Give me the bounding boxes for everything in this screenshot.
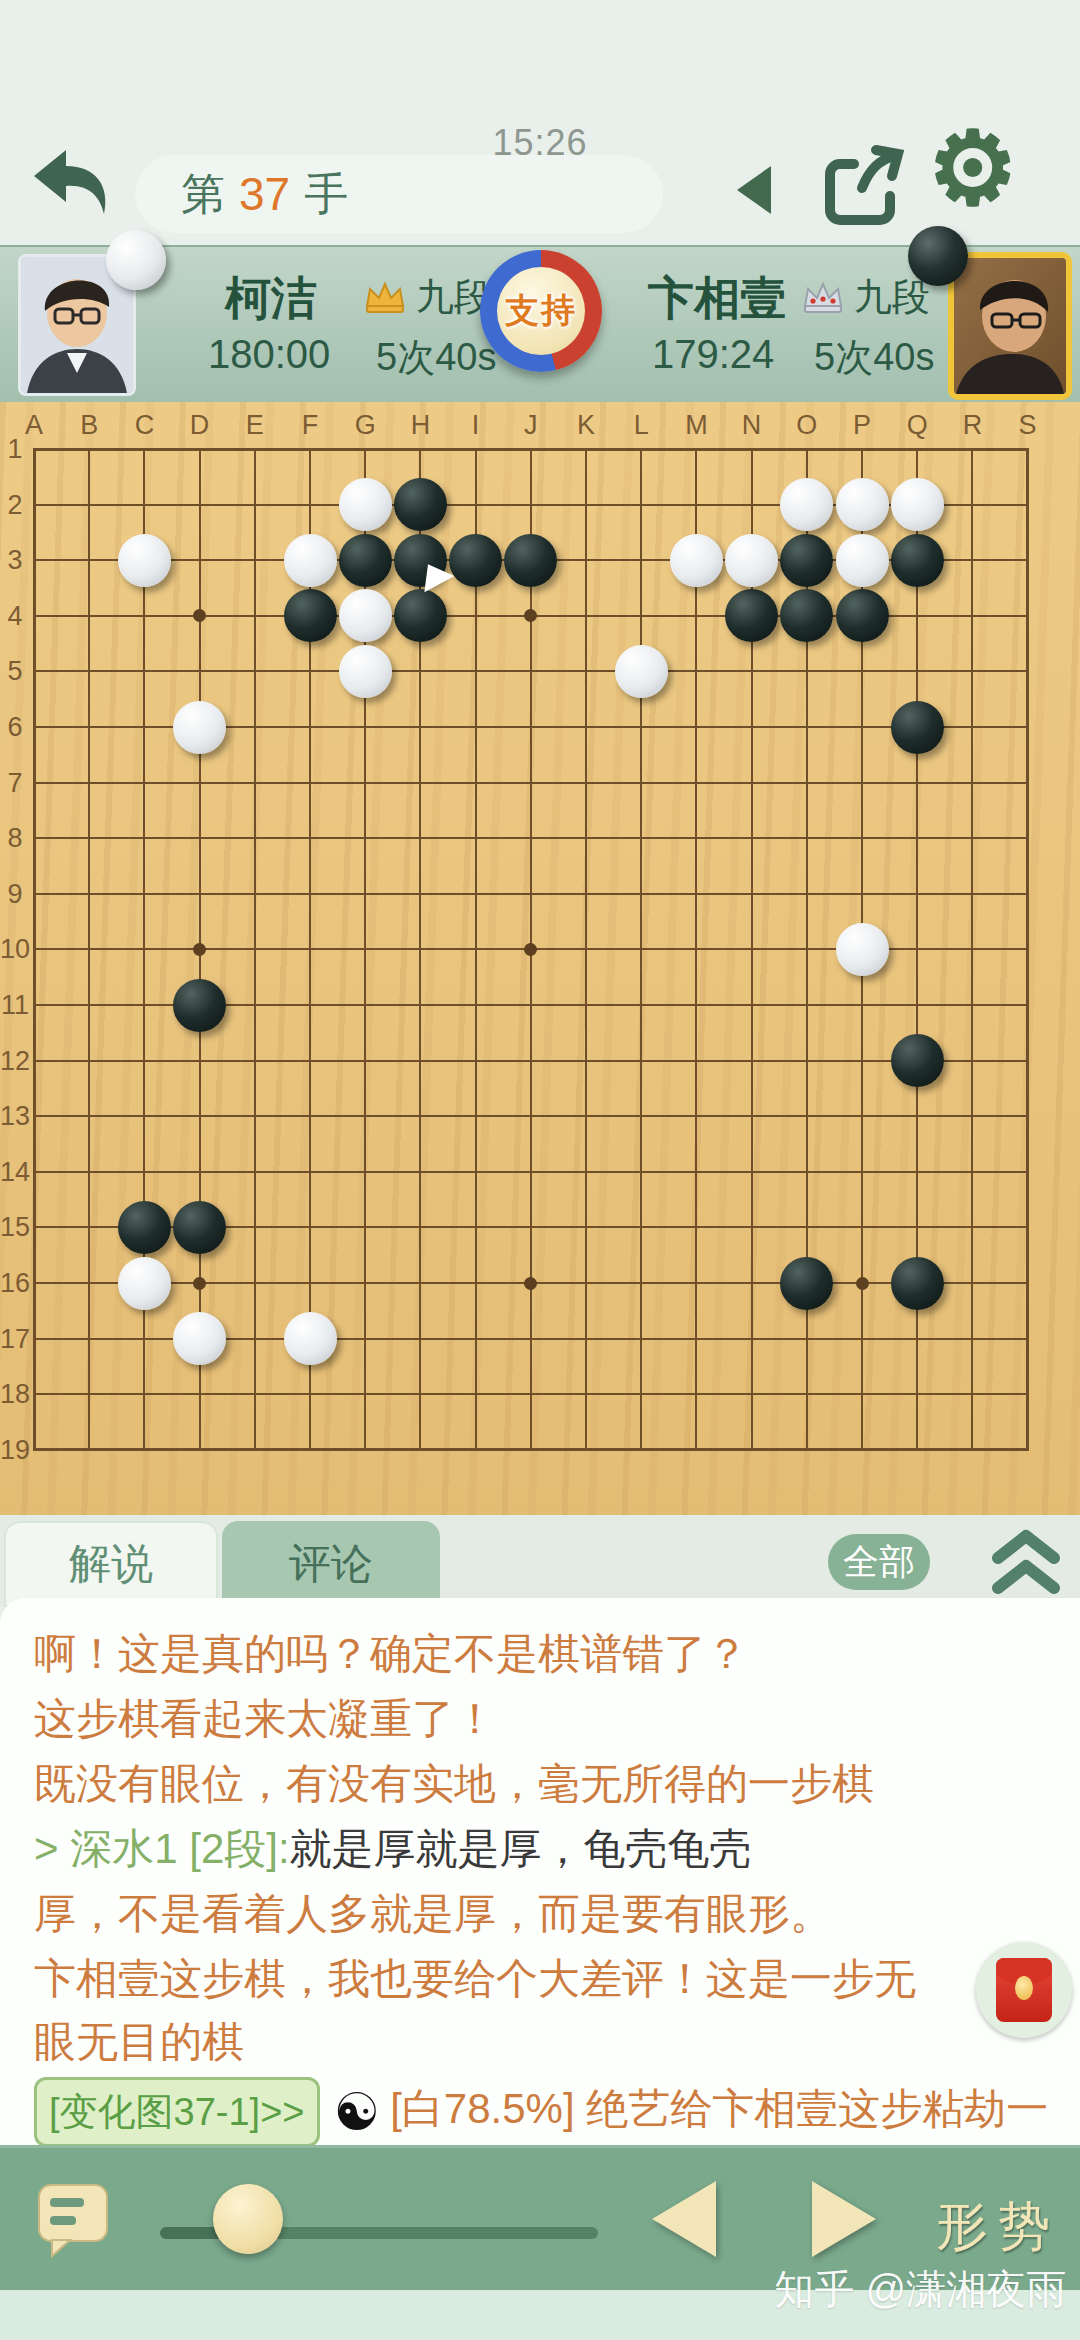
move-suffix: 手 — [304, 165, 348, 224]
comment-line: 卞相壹这步棋，我也要给个大差评！这是一步无眼无目的棋 — [34, 1947, 1050, 2073]
back-icon[interactable] — [28, 142, 114, 226]
star-point — [193, 1277, 206, 1290]
row-label: 16 — [0, 1268, 30, 1299]
column-label: G — [351, 410, 379, 441]
tab-comments[interactable]: 评论 — [222, 1521, 440, 1607]
star-point — [524, 943, 537, 956]
column-label: E — [241, 410, 269, 441]
comment-line: 啊！这是真的吗？确定不是棋谱错了？ — [34, 1622, 1050, 1685]
grid-line — [971, 448, 973, 1452]
row-label: 3 — [0, 545, 30, 576]
comment-line: 厚，不是看着人多就是厚，而是要有眼形。 — [34, 1882, 1050, 1945]
app-screen: 15:26 第 37 手 ⚙ 柯洁 180:00 — [0, 0, 1080, 2340]
column-label: N — [738, 410, 766, 441]
column-label: S — [1014, 410, 1042, 441]
support-vote-label: 支持 — [497, 267, 585, 355]
row-label: 5 — [0, 656, 30, 687]
black-stone-Q16 — [891, 1257, 944, 1310]
black-stone-D11 — [173, 979, 226, 1032]
white-stone-G2 — [339, 478, 392, 531]
grid-line — [33, 1393, 1030, 1395]
white-stone-Q2 — [891, 478, 944, 531]
black-stone-H4 — [394, 589, 447, 642]
star-point — [856, 1277, 869, 1290]
column-label: I — [462, 410, 490, 441]
white-stone-G4 — [339, 589, 392, 642]
comment-reply-line: > 深水1 [2段]:就是厚就是厚，龟壳龟壳 — [34, 1817, 1050, 1880]
collapse-up-icon[interactable] — [988, 1528, 1064, 1596]
white-stone-C16 — [118, 1257, 171, 1310]
gear-icon[interactable]: ⚙ — [928, 118, 1018, 218]
left-player-time: 180:00 — [208, 332, 330, 377]
row-label: 15 — [0, 1212, 30, 1243]
move-prefix: 第 — [181, 165, 225, 224]
black-stone-H2 — [394, 478, 447, 531]
black-stone-I3 — [449, 534, 502, 587]
right-player-name: 卞相壹 — [648, 268, 786, 330]
comment-username: > 深水1 [2段]: — [34, 1825, 290, 1872]
comment-line: 这步棋看起来太凝重了！ — [34, 1687, 1050, 1750]
grid-line — [1026, 448, 1029, 1452]
white-stone-badge — [106, 230, 166, 290]
row-label: 10 — [0, 934, 30, 965]
column-label: C — [130, 410, 158, 441]
left-player-periods: 5次40s — [376, 332, 496, 383]
row-label: 17 — [0, 1324, 30, 1355]
star-point — [193, 609, 206, 622]
black-stone-D15 — [173, 1201, 226, 1254]
row-label: 1 — [0, 434, 30, 465]
variation-line: [变化图37-1]>>☯[白78.5%] 绝艺给卞相壹这步粘劫一个大大的差评！ — [34, 2077, 1050, 2145]
white-stone-L5 — [615, 645, 668, 698]
star-point — [193, 943, 206, 956]
column-label: D — [186, 410, 214, 441]
black-stone-N4 — [725, 589, 778, 642]
go-board[interactable]: ABCDEFGHIJKLMNOPQRS123456789101112131415… — [0, 402, 1080, 1515]
column-label: M — [682, 410, 710, 441]
white-stone-F3 — [284, 534, 337, 587]
comment-reply-body: 就是厚就是厚，龟壳龟壳 — [290, 1825, 752, 1872]
row-label: 12 — [0, 1046, 30, 1077]
grid-line — [695, 448, 697, 1452]
row-label: 4 — [0, 601, 30, 632]
black-stone-O3 — [780, 534, 833, 587]
chat-bubble-icon[interactable] — [36, 2182, 110, 2258]
support-vote-button[interactable]: 支持 — [480, 250, 602, 372]
black-stone-O4 — [780, 589, 833, 642]
white-stone-D6 — [173, 701, 226, 754]
white-stone-M3 — [670, 534, 723, 587]
black-stone-O16 — [780, 1257, 833, 1310]
left-player-rank: 九段 — [362, 272, 492, 323]
share-icon[interactable] — [818, 138, 910, 230]
black-stone-Q3 — [891, 534, 944, 587]
row-label: 7 — [0, 768, 30, 799]
column-label: Q — [903, 410, 931, 441]
black-stone-F4 — [284, 589, 337, 642]
row-label: 9 — [0, 879, 30, 910]
column-label: J — [517, 410, 545, 441]
white-stone-P3 — [836, 534, 889, 587]
grid-line — [33, 1060, 1030, 1062]
avatar-right-player[interactable] — [948, 252, 1072, 400]
yin-yang-icon: ☯ — [334, 2083, 381, 2141]
black-stone-P4 — [836, 589, 889, 642]
row-label: 6 — [0, 712, 30, 743]
star-point — [524, 609, 537, 622]
red-envelope-button[interactable] — [976, 1942, 1072, 2038]
star-point — [524, 1277, 537, 1290]
row-label: 19 — [0, 1435, 30, 1466]
grid-line — [33, 1115, 1030, 1117]
situation-button[interactable]: 形势 — [936, 2192, 1072, 2262]
left-player-name: 柯洁 — [225, 268, 317, 330]
black-stone-G3 — [339, 534, 392, 587]
column-label: O — [793, 410, 821, 441]
right-player-rank: 九段 — [800, 272, 930, 323]
white-stone-C3 — [118, 534, 171, 587]
row-label: 14 — [0, 1157, 30, 1188]
white-stone-P2 — [836, 478, 889, 531]
variation-link[interactable]: [变化图37-1]>> — [34, 2077, 320, 2145]
column-label: K — [572, 410, 600, 441]
white-stone-P10 — [836, 923, 889, 976]
black-stone-J3 — [504, 534, 557, 587]
commentary-panel[interactable]: 啊！这是真的吗？确定不是棋谱错了？ 这步棋看起来太凝重了！ 既没有眼位，有没有实… — [0, 1598, 1080, 2145]
collapse-left-icon[interactable] — [737, 166, 771, 214]
red-envelope-icon — [996, 1958, 1052, 2022]
move-slider-knob[interactable] — [213, 2184, 283, 2254]
comment-line: 既没有眼位，有没有实地，毫无所得的一步棋 — [34, 1752, 1050, 1815]
grid-line — [33, 1171, 1030, 1173]
gold-crown-icon — [362, 280, 408, 316]
white-stone-N3 — [725, 534, 778, 587]
silver-crown-icon — [800, 280, 846, 316]
row-label: 11 — [0, 990, 30, 1021]
filter-all-button[interactable]: 全部 — [828, 1534, 930, 1590]
move-number: 37 — [239, 167, 290, 221]
right-player-periods: 5次40s — [814, 332, 934, 383]
column-label: P — [848, 410, 876, 441]
column-label: L — [627, 410, 655, 441]
row-label: 2 — [0, 490, 30, 521]
tab-commentary[interactable]: 解说 — [4, 1521, 218, 1607]
right-player-time: 179:24 — [652, 332, 774, 377]
black-stone-C15 — [118, 1201, 171, 1254]
white-stone-G5 — [339, 645, 392, 698]
grid-line — [640, 448, 642, 1452]
row-label: 18 — [0, 1379, 30, 1410]
row-label: 8 — [0, 823, 30, 854]
black-stone-Q6 — [891, 701, 944, 754]
watermark: 知乎 @潇湘夜雨 — [774, 2262, 1066, 2317]
column-label: R — [958, 410, 986, 441]
move-counter-pill: 第 37 手 — [135, 155, 663, 233]
grid-line — [33, 1448, 1030, 1451]
column-label: H — [406, 410, 434, 441]
column-label: B — [75, 410, 103, 441]
row-label: 13 — [0, 1101, 30, 1132]
white-stone-F17 — [284, 1312, 337, 1365]
grid-line — [585, 448, 587, 1452]
next-move-button[interactable] — [812, 2181, 876, 2257]
white-stone-D17 — [173, 1312, 226, 1365]
black-stone-Q12 — [891, 1034, 944, 1087]
white-stone-O2 — [780, 478, 833, 531]
column-label: F — [296, 410, 324, 441]
previous-move-button[interactable] — [652, 2181, 716, 2257]
black-stone-badge — [908, 226, 968, 286]
